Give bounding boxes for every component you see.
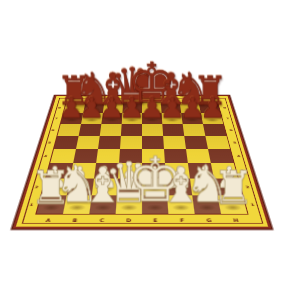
pawn-icon: ♟ — [200, 93, 226, 121]
chessboard: ABCDEFGH 87654321 87654321 ♜♞♝♛♚♝♞♜♟♟♟♟♟… — [16, 96, 268, 226]
chess-set-photo: ABCDEFGH 87654321 87654321 ♜♞♝♛♚♝♞♜♟♟♟♟♟… — [0, 0, 285, 285]
pieces-layer: ♜♞♝♛♚♝♞♜♟♟♟♟♟♟♟♟♟♟♟♟♟♟♟♟♜♞♝♛♚♝♞♜ — [16, 96, 268, 226]
rook-icon: ♜ — [213, 164, 255, 210]
